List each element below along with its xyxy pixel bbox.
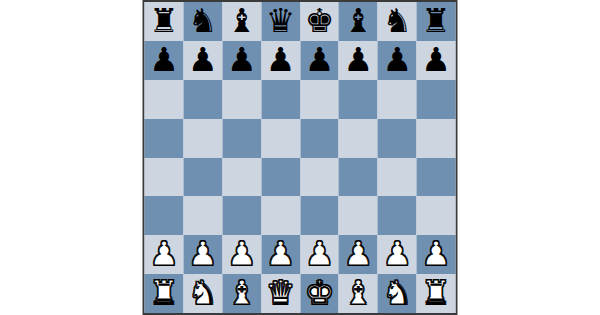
square-c1[interactable]: ♝ [222,274,261,313]
page: ♜♞♝♛♚♝♞♜♟♟♟♟♟♟♟♟♟♟♟♟♟♟♟♟♜♞♝♛♚♝♞♜ [0,0,600,315]
square-d1[interactable]: ♛ [261,274,300,313]
square-a4[interactable] [145,158,184,197]
square-f8[interactable]: ♝ [339,2,378,41]
square-d8[interactable]: ♛ [261,2,300,41]
white-pawn[interactable]: ♟ [149,237,179,270]
square-f1[interactable]: ♝ [339,274,378,313]
square-a2[interactable]: ♟ [145,235,184,274]
square-a5[interactable] [145,119,184,158]
black-bishop[interactable]: ♝ [227,4,257,37]
square-g4[interactable] [378,158,417,197]
square-e2[interactable]: ♟ [300,235,339,274]
square-e6[interactable] [300,80,339,119]
square-b4[interactable] [183,158,222,197]
square-b3[interactable] [183,196,222,235]
square-a8[interactable]: ♜ [145,2,184,41]
white-queen[interactable]: ♛ [266,276,296,309]
square-b6[interactable] [183,80,222,119]
black-knight[interactable]: ♞ [382,4,412,37]
square-c2[interactable]: ♟ [222,235,261,274]
square-e4[interactable] [300,158,339,197]
square-c7[interactable]: ♟ [222,41,261,80]
square-c6[interactable] [222,80,261,119]
black-pawn[interactable]: ♟ [266,43,296,76]
black-pawn[interactable]: ♟ [149,43,179,76]
square-f7[interactable]: ♟ [339,41,378,80]
white-knight[interactable]: ♞ [382,276,412,309]
square-g6[interactable] [378,80,417,119]
white-king[interactable]: ♚ [305,276,335,309]
square-b8[interactable]: ♞ [183,2,222,41]
square-a1[interactable]: ♜ [145,274,184,313]
square-e5[interactable] [300,119,339,158]
white-pawn[interactable]: ♟ [188,237,218,270]
black-pawn[interactable]: ♟ [421,43,451,76]
square-c4[interactable] [222,158,261,197]
square-c8[interactable]: ♝ [222,2,261,41]
white-pawn[interactable]: ♟ [227,237,257,270]
black-pawn[interactable]: ♟ [227,43,257,76]
square-h2[interactable]: ♟ [417,235,456,274]
square-h7[interactable]: ♟ [417,41,456,80]
white-rook[interactable]: ♜ [421,276,451,309]
black-rook[interactable]: ♜ [149,4,179,37]
square-c5[interactable] [222,119,261,158]
square-e7[interactable]: ♟ [300,41,339,80]
black-pawn[interactable]: ♟ [188,43,218,76]
square-e8[interactable]: ♚ [300,2,339,41]
black-pawn[interactable]: ♟ [344,43,374,76]
square-f5[interactable] [339,119,378,158]
square-b2[interactable]: ♟ [183,235,222,274]
square-f2[interactable]: ♟ [339,235,378,274]
square-f3[interactable] [339,196,378,235]
square-c3[interactable] [222,196,261,235]
square-f6[interactable] [339,80,378,119]
square-a6[interactable] [145,80,184,119]
white-pawn[interactable]: ♟ [382,237,412,270]
square-h8[interactable]: ♜ [417,2,456,41]
black-queen[interactable]: ♛ [266,4,296,37]
square-h6[interactable] [417,80,456,119]
square-d5[interactable] [261,119,300,158]
square-g8[interactable]: ♞ [378,2,417,41]
square-h1[interactable]: ♜ [417,274,456,313]
square-b7[interactable]: ♟ [183,41,222,80]
black-knight[interactable]: ♞ [188,4,218,37]
white-rook[interactable]: ♜ [149,276,179,309]
square-h3[interactable] [417,196,456,235]
square-g1[interactable]: ♞ [378,274,417,313]
square-g3[interactable] [378,196,417,235]
black-rook[interactable]: ♜ [421,4,451,37]
square-g7[interactable]: ♟ [378,41,417,80]
square-h4[interactable] [417,158,456,197]
black-king[interactable]: ♚ [305,4,335,37]
white-bishop[interactable]: ♝ [227,276,257,309]
square-a7[interactable]: ♟ [145,41,184,80]
square-b5[interactable] [183,119,222,158]
chess-board[interactable]: ♜♞♝♛♚♝♞♜♟♟♟♟♟♟♟♟♟♟♟♟♟♟♟♟♜♞♝♛♚♝♞♜ [145,2,456,313]
square-f4[interactable] [339,158,378,197]
square-g2[interactable]: ♟ [378,235,417,274]
square-e3[interactable] [300,196,339,235]
square-d6[interactable] [261,80,300,119]
square-d3[interactable] [261,196,300,235]
white-pawn[interactable]: ♟ [305,237,335,270]
white-pawn[interactable]: ♟ [266,237,296,270]
square-d4[interactable] [261,158,300,197]
white-pawn[interactable]: ♟ [421,237,451,270]
white-bishop[interactable]: ♝ [344,276,374,309]
black-pawn[interactable]: ♟ [305,43,335,76]
square-d2[interactable]: ♟ [261,235,300,274]
square-d7[interactable]: ♟ [261,41,300,80]
chess-board-frame: ♜♞♝♛♚♝♞♜♟♟♟♟♟♟♟♟♟♟♟♟♟♟♟♟♜♞♝♛♚♝♞♜ [143,0,458,315]
square-b1[interactable]: ♞ [183,274,222,313]
white-pawn[interactable]: ♟ [344,237,374,270]
black-pawn[interactable]: ♟ [382,43,412,76]
square-a3[interactable] [145,196,184,235]
square-h5[interactable] [417,119,456,158]
square-g5[interactable] [378,119,417,158]
square-e1[interactable]: ♚ [300,274,339,313]
black-bishop[interactable]: ♝ [344,4,374,37]
white-knight[interactable]: ♞ [188,276,218,309]
